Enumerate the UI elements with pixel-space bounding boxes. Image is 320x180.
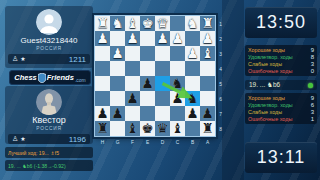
square-e8[interactable]: ♚ xyxy=(140,121,155,136)
square-c3[interactable] xyxy=(170,46,185,61)
pawn-icon: ♙ xyxy=(12,136,18,143)
square-b3[interactable]: ♟ xyxy=(185,46,200,61)
square-e7[interactable] xyxy=(140,106,155,121)
file-label-a: A xyxy=(202,139,214,145)
player-country-top: РОССИЯ xyxy=(14,46,84,52)
square-b6[interactable]: ♞ xyxy=(185,91,200,106)
white-pawn[interactable]: ♟ xyxy=(156,31,168,46)
rank-label-8: 8 xyxy=(218,123,224,135)
star-icon: ★ xyxy=(20,136,25,142)
file-label-b: B xyxy=(187,139,199,145)
square-g8[interactable] xyxy=(110,121,125,136)
file-label-f: F xyxy=(127,139,139,145)
app-screen: Guest43218440 РОССИЯ ♙ ★ 1211 Chess Frie… xyxy=(0,0,320,180)
stat-row: Хорошие ходы9 xyxy=(248,95,314,102)
white-knight[interactable]: ♞ xyxy=(186,16,198,31)
rank-label-3: 3 xyxy=(218,48,224,60)
square-h1[interactable]: ♜ xyxy=(95,16,110,31)
square-h6[interactable] xyxy=(95,91,110,106)
square-h5[interactable] xyxy=(95,76,110,91)
square-h7[interactable]: ♟ xyxy=(95,106,110,121)
square-f2[interactable]: ♟ xyxy=(125,31,140,46)
square-a7[interactable]: ♟ xyxy=(200,106,215,121)
star-icon: ★ xyxy=(20,56,25,62)
square-f1[interactable]: ♝ xyxy=(125,16,140,31)
black-knight[interactable]: ♞ xyxy=(171,76,183,91)
black-pawn[interactable]: ♟ xyxy=(126,91,138,106)
square-a5[interactable] xyxy=(200,76,215,91)
stat-label: Слабые ходы xyxy=(248,109,282,114)
rank-label-7: 7 xyxy=(218,108,224,120)
square-a6[interactable] xyxy=(200,91,215,106)
square-e2[interactable] xyxy=(140,31,155,46)
square-d7[interactable] xyxy=(155,106,170,121)
stat-label: Слабые ходы xyxy=(248,61,282,66)
stat-label: Ошибочные ходы xyxy=(248,68,292,73)
stat-label: Хорошие ходы xyxy=(248,96,285,101)
played-move-eval-line: 19. ... ♞b6 (-1.38→-0.92) xyxy=(5,160,93,171)
avatar-bottom[interactable] xyxy=(36,89,62,115)
square-g2[interactable] xyxy=(110,31,125,46)
square-e3[interactable] xyxy=(140,46,155,61)
black-knight[interactable]: ♞ xyxy=(186,91,198,106)
stat-row: Хорошие ходы9 xyxy=(248,47,314,54)
white-rook[interactable]: ♜ xyxy=(201,16,213,31)
rank-label-4: 4 xyxy=(218,63,224,75)
white-pawn[interactable]: ♟ xyxy=(111,46,123,61)
file-label-g: G xyxy=(112,139,124,145)
black-pawn[interactable]: ♟ xyxy=(111,106,123,121)
white-queen[interactable]: ♛ xyxy=(156,16,168,31)
white-pawn[interactable]: ♟ xyxy=(186,46,198,61)
square-b2[interactable] xyxy=(185,31,200,46)
stat-row: Ошибочные ходы0 xyxy=(248,67,314,74)
rank-label-1: 1 xyxy=(218,18,224,30)
square-e5[interactable]: ♟ xyxy=(140,76,155,91)
square-d8[interactable]: ♛ xyxy=(155,121,170,136)
stat-value: 1 xyxy=(311,116,314,122)
stat-value: 6 xyxy=(311,102,314,108)
square-g1[interactable]: ♞ xyxy=(110,16,125,31)
stat-value: 9 xyxy=(311,47,314,53)
white-rook[interactable]: ♜ xyxy=(96,16,108,31)
last-move-indicator: 19. ... ♞b6 xyxy=(245,80,317,90)
square-d1[interactable]: ♛ xyxy=(155,16,170,31)
square-f3[interactable] xyxy=(125,46,140,61)
square-e4[interactable] xyxy=(140,61,155,76)
square-h8[interactable]: ♜ xyxy=(95,121,110,136)
square-h2[interactable]: ♟ xyxy=(95,31,110,46)
square-g6[interactable] xyxy=(110,91,125,106)
square-f6[interactable]: ♟ xyxy=(125,91,140,106)
player-rating-top: 1211 xyxy=(69,55,86,64)
square-c6[interactable]: ♟ xyxy=(170,91,185,106)
square-g4[interactable] xyxy=(110,61,125,76)
file-label-c: C xyxy=(172,139,184,145)
square-f7[interactable] xyxy=(125,106,140,121)
white-pawn[interactable]: ♟ xyxy=(126,31,138,46)
square-e6[interactable] xyxy=(140,91,155,106)
logo-text-2: Friends xyxy=(47,73,74,82)
square-a4[interactable] xyxy=(200,61,215,76)
black-pawn[interactable]: ♟ xyxy=(201,106,213,121)
player-badges-bottom: ♙ ★ 1196 xyxy=(8,134,90,144)
square-d5[interactable] xyxy=(155,76,170,91)
black-rook[interactable]: ♜ xyxy=(96,121,108,136)
rank-labels: 12345678 xyxy=(217,16,224,136)
stat-label: Ошибочные ходы xyxy=(248,116,292,121)
square-h3[interactable] xyxy=(95,46,110,61)
rank-label-6: 6 xyxy=(218,93,224,105)
clock-top: 13:50 xyxy=(245,7,317,38)
move-quality-panel-top: Хорошие ходы9Удовлетвор. ходы8Слабые ход… xyxy=(245,45,317,76)
chessfriends-logo[interactable]: Chess Friends .com xyxy=(9,70,91,85)
black-king[interactable]: ♚ xyxy=(141,121,153,136)
move-quality-dot xyxy=(308,83,313,88)
square-d2[interactable]: ♟ xyxy=(155,31,170,46)
best-move-line: Лучший ход: 19... ♗f5 xyxy=(5,147,93,158)
square-f4[interactable] xyxy=(125,61,140,76)
square-a2[interactable]: ♟ xyxy=(200,31,215,46)
player-name-bottom[interactable]: Квестор xyxy=(5,116,93,125)
stat-row: Слабые ходы3 xyxy=(248,109,314,116)
square-c1[interactable] xyxy=(170,16,185,31)
player-rating-bottom: 1196 xyxy=(69,135,86,144)
square-b7[interactable]: ♟ xyxy=(185,106,200,121)
square-c2[interactable]: ♟ xyxy=(170,31,185,46)
stat-row: Удовлетвор. ходы8 xyxy=(248,54,314,61)
player-name-top[interactable]: Guest43218440 xyxy=(5,36,93,45)
square-e1[interactable]: ♚ xyxy=(140,16,155,31)
pawn-icon: ♙ xyxy=(12,56,18,63)
square-a8[interactable]: ♜ xyxy=(200,121,215,136)
background-shade xyxy=(222,0,244,180)
square-h4[interactable] xyxy=(95,61,110,76)
square-f8[interactable]: ♝ xyxy=(125,121,140,136)
square-c4[interactable] xyxy=(170,61,185,76)
stat-value: 8 xyxy=(311,54,314,60)
stat-label: Удовлетвор. ходы xyxy=(248,102,293,107)
player-badges-top: ♙ ★ 1211 xyxy=(8,54,90,64)
black-pawn[interactable]: ♟ xyxy=(171,91,183,106)
white-pawn[interactable]: ♟ xyxy=(171,31,183,46)
black-queen[interactable]: ♛ xyxy=(156,121,168,136)
white-bishop[interactable]: ♝ xyxy=(126,16,138,31)
black-pawn[interactable]: ♟ xyxy=(96,106,108,121)
square-b8[interactable] xyxy=(185,121,200,136)
file-label-h: H xyxy=(97,139,109,145)
square-a1[interactable]: ♜ xyxy=(200,16,215,31)
chess-board: ♜♞♝♚♛♞♜♟♟♟♟♟♟♟♝♟♞♟♟♞♟♟♟♟♜♝♚♛♝♜ xyxy=(94,15,216,137)
last-move-text: 19. ... ♞b6 xyxy=(249,81,280,89)
white-pawn[interactable]: ♟ xyxy=(201,31,213,46)
file-label-d: D xyxy=(157,139,169,145)
black-pawn[interactable]: ♟ xyxy=(186,106,198,121)
square-c8[interactable]: ♝ xyxy=(170,121,185,136)
logo-suffix: .com xyxy=(75,77,86,83)
square-d6[interactable] xyxy=(155,91,170,106)
square-f5[interactable] xyxy=(125,76,140,91)
square-d4[interactable] xyxy=(155,61,170,76)
stat-row: Ошибочные ходы1 xyxy=(248,115,314,122)
square-c7[interactable] xyxy=(170,106,185,121)
file-labels: HGFEDCBA xyxy=(95,138,215,146)
player-card-top: Guest43218440 РОССИЯ ♙ ★ 1211 xyxy=(5,6,93,68)
black-bishop[interactable]: ♝ xyxy=(126,121,138,136)
logo-text-1: Chess xyxy=(14,73,37,82)
stat-label: Удовлетвор. ходы xyxy=(248,54,293,59)
stat-row: Слабые ходы3 xyxy=(248,61,314,68)
square-g7[interactable]: ♟ xyxy=(110,106,125,121)
black-pawn[interactable]: ♟ xyxy=(141,76,153,91)
player-country-bottom: РОССИЯ xyxy=(14,126,84,132)
stat-value: 9 xyxy=(311,95,314,101)
square-b4[interactable] xyxy=(185,61,200,76)
white-knight[interactable]: ♞ xyxy=(111,16,123,31)
move-quality-panel-bottom: Хорошие ходы9Удовлетвор. ходы6Слабые ход… xyxy=(245,93,317,124)
white-king[interactable]: ♚ xyxy=(141,16,153,31)
stat-value: 3 xyxy=(311,109,314,115)
square-b5[interactable] xyxy=(185,76,200,91)
stat-label: Хорошие ходы xyxy=(248,48,285,53)
shield-icon xyxy=(38,69,46,87)
white-pawn[interactable]: ♟ xyxy=(96,31,108,46)
player-card-bottom: Квестор РОССИЯ ♙ ★ 1196 xyxy=(5,86,93,144)
stat-row: Удовлетвор. ходы6 xyxy=(248,102,314,109)
black-rook[interactable]: ♜ xyxy=(201,121,213,136)
clock-bottom: 13:11 xyxy=(245,142,317,173)
stat-value: 0 xyxy=(311,68,314,74)
square-c5[interactable]: ♞ xyxy=(170,76,185,91)
black-bishop[interactable]: ♝ xyxy=(171,121,183,136)
square-b1[interactable]: ♞ xyxy=(185,16,200,31)
avatar-top[interactable] xyxy=(36,9,62,35)
chess-board-area: ♜♞♝♚♛♞♜♟♟♟♟♟♟♟♝♟♞♟♟♞♟♟♟♟♜♝♚♛♝♜ HGFEDCBA … xyxy=(94,15,216,137)
file-label-e: E xyxy=(142,139,154,145)
white-bishop[interactable]: ♝ xyxy=(201,46,213,61)
stat-value: 3 xyxy=(311,61,314,67)
rank-label-5: 5 xyxy=(218,78,224,90)
square-a3[interactable]: ♝ xyxy=(200,46,215,61)
square-g5[interactable] xyxy=(110,76,125,91)
square-g3[interactable]: ♟ xyxy=(110,46,125,61)
square-d3[interactable] xyxy=(155,46,170,61)
rank-label-2: 2 xyxy=(218,33,224,45)
